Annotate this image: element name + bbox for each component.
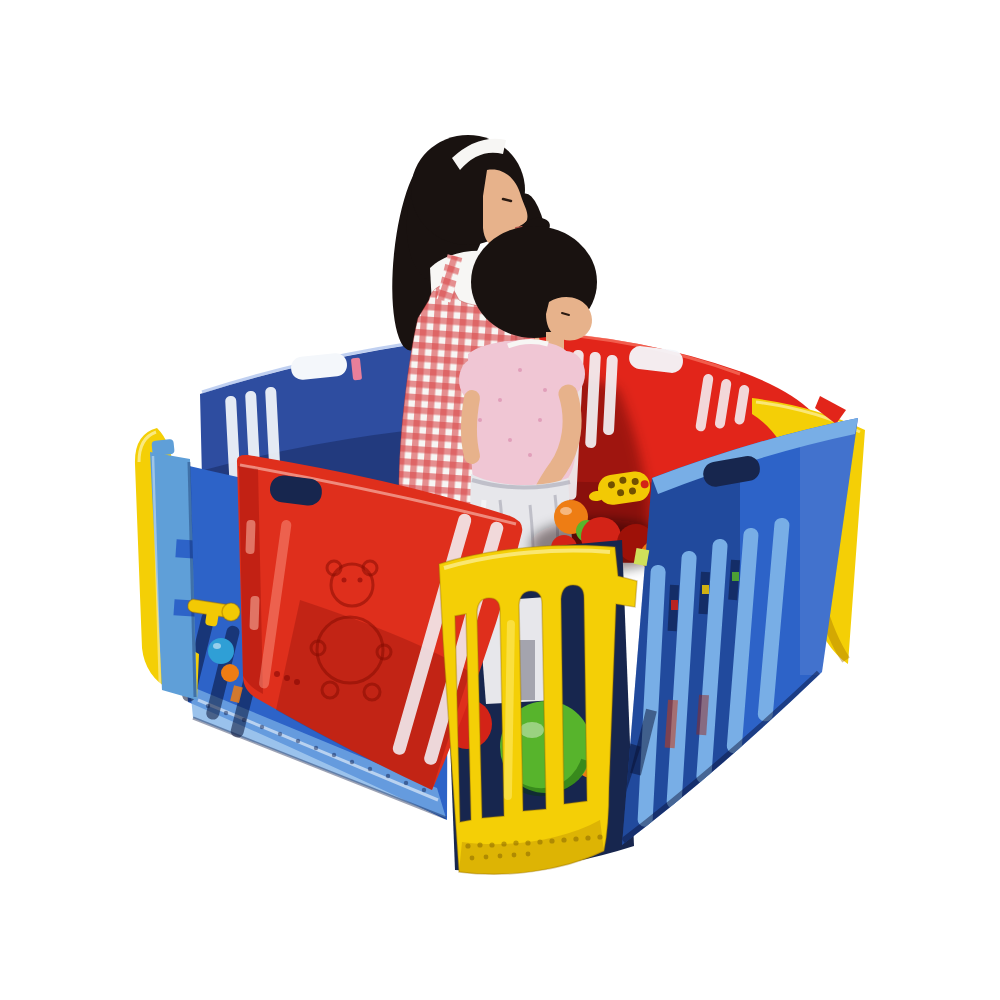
ball-orange-small bbox=[221, 664, 239, 682]
ball-blue bbox=[208, 638, 234, 664]
latch-knob bbox=[222, 603, 240, 621]
ball-highlight bbox=[520, 722, 544, 738]
hinge-notch bbox=[175, 539, 198, 558]
younger-girl-left-arm bbox=[469, 398, 472, 456]
playpen-photo bbox=[0, 0, 1000, 1000]
green-sticker bbox=[634, 548, 650, 566]
ball-highlight bbox=[560, 507, 572, 515]
photo-stage bbox=[0, 0, 1000, 1000]
ball-highlight bbox=[213, 643, 221, 649]
hinge-slot bbox=[249, 596, 259, 630]
hinge-slot bbox=[245, 520, 255, 554]
